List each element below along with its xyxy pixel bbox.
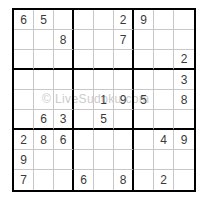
cell-r2c2[interactable] <box>34 30 54 50</box>
cell-r5c2[interactable] <box>34 90 54 110</box>
cell-r9c5[interactable] <box>94 170 114 190</box>
cell-r1c5[interactable] <box>94 10 114 30</box>
cell-r8c7[interactable] <box>134 150 154 170</box>
cell-r2c8[interactable] <box>154 30 174 50</box>
cell-r7c4[interactable] <box>74 130 94 150</box>
cell-r1c8[interactable] <box>154 10 174 30</box>
cell-r4c1[interactable] <box>14 70 34 90</box>
cell-r4c7[interactable] <box>134 70 154 90</box>
cell-r4c8[interactable] <box>154 70 174 90</box>
cell-r7c3[interactable]: 6 <box>54 130 74 150</box>
cell-r8c1[interactable]: 9 <box>14 150 34 170</box>
cell-r3c1[interactable] <box>14 50 34 70</box>
cell-r1c1[interactable]: 6 <box>14 10 34 30</box>
cell-r5c4[interactable] <box>74 90 94 110</box>
cell-r8c4[interactable] <box>74 150 94 170</box>
cell-r2c4[interactable] <box>74 30 94 50</box>
cell-r2c1[interactable] <box>14 30 34 50</box>
cell-r2c7[interactable] <box>134 30 154 50</box>
cell-r3c9[interactable]: 2 <box>174 50 194 70</box>
cell-r3c3[interactable] <box>54 50 74 70</box>
cell-r8c2[interactable] <box>34 150 54 170</box>
cell-r9c2[interactable] <box>34 170 54 190</box>
cell-r9c1[interactable]: 7 <box>14 170 34 190</box>
cell-r6c1[interactable] <box>14 110 34 130</box>
cell-r7c7[interactable] <box>134 130 154 150</box>
cell-r5c3[interactable] <box>54 90 74 110</box>
cell-r4c4[interactable] <box>74 70 94 90</box>
cell-r1c4[interactable] <box>74 10 94 30</box>
cell-r8c6[interactable] <box>114 150 134 170</box>
cell-r7c6[interactable] <box>114 130 134 150</box>
cell-r6c7[interactable] <box>134 110 154 130</box>
cell-r3c5[interactable] <box>94 50 114 70</box>
cell-r9c9[interactable] <box>174 170 194 190</box>
cell-r5c8[interactable] <box>154 90 174 110</box>
cell-r3c8[interactable] <box>154 50 174 70</box>
cell-r6c4[interactable] <box>74 110 94 130</box>
cell-r5c1[interactable] <box>14 90 34 110</box>
cell-r4c5[interactable] <box>94 70 114 90</box>
cell-r6c5[interactable]: 5 <box>94 110 114 130</box>
cell-r9c7[interactable] <box>134 170 154 190</box>
cell-r6c6[interactable] <box>114 110 134 130</box>
cell-r4c6[interactable] <box>114 70 134 90</box>
cell-r7c2[interactable]: 8 <box>34 130 54 150</box>
cell-r5c9[interactable]: 8 <box>174 90 194 110</box>
cell-r6c8[interactable] <box>154 110 174 130</box>
cell-r1c3[interactable] <box>54 10 74 30</box>
cell-r7c1[interactable]: 2 <box>14 130 34 150</box>
cell-r9c8[interactable]: 2 <box>154 170 174 190</box>
cell-r3c7[interactable] <box>134 50 154 70</box>
cell-r5c5[interactable]: 1 <box>94 90 114 110</box>
cell-r7c5[interactable] <box>94 130 114 150</box>
cell-r4c9[interactable]: 3 <box>174 70 194 90</box>
cell-r4c3[interactable] <box>54 70 74 90</box>
cell-r2c5[interactable] <box>94 30 114 50</box>
cell-r2c3[interactable]: 8 <box>54 30 74 50</box>
cell-r4c2[interactable] <box>34 70 54 90</box>
cell-r7c9[interactable]: 9 <box>174 130 194 150</box>
cell-r1c6[interactable]: 2 <box>114 10 134 30</box>
cell-r8c9[interactable] <box>174 150 194 170</box>
cell-r5c7[interactable]: 5 <box>134 90 154 110</box>
cell-r9c3[interactable] <box>54 170 74 190</box>
cell-r9c4[interactable]: 6 <box>74 170 94 190</box>
cell-r3c6[interactable] <box>114 50 134 70</box>
cell-r7c8[interactable]: 4 <box>154 130 174 150</box>
cell-r9c6[interactable]: 8 <box>114 170 134 190</box>
cell-r1c7[interactable]: 9 <box>134 10 154 30</box>
cell-r8c3[interactable] <box>54 150 74 170</box>
cell-r5c6[interactable]: 9 <box>114 90 134 110</box>
cell-r3c2[interactable] <box>34 50 54 70</box>
cell-r6c2[interactable]: 6 <box>34 110 54 130</box>
cell-r6c9[interactable] <box>174 110 194 130</box>
cell-r2c6[interactable]: 7 <box>114 30 134 50</box>
cell-r8c5[interactable] <box>94 150 114 170</box>
cell-r1c9[interactable] <box>174 10 194 30</box>
sudoku-board: 6529872319586352864997682 <box>12 8 196 192</box>
cell-r3c4[interactable] <box>74 50 94 70</box>
cell-r6c3[interactable]: 3 <box>54 110 74 130</box>
cell-r2c9[interactable] <box>174 30 194 50</box>
cell-r8c8[interactable] <box>154 150 174 170</box>
cell-r1c2[interactable]: 5 <box>34 10 54 30</box>
